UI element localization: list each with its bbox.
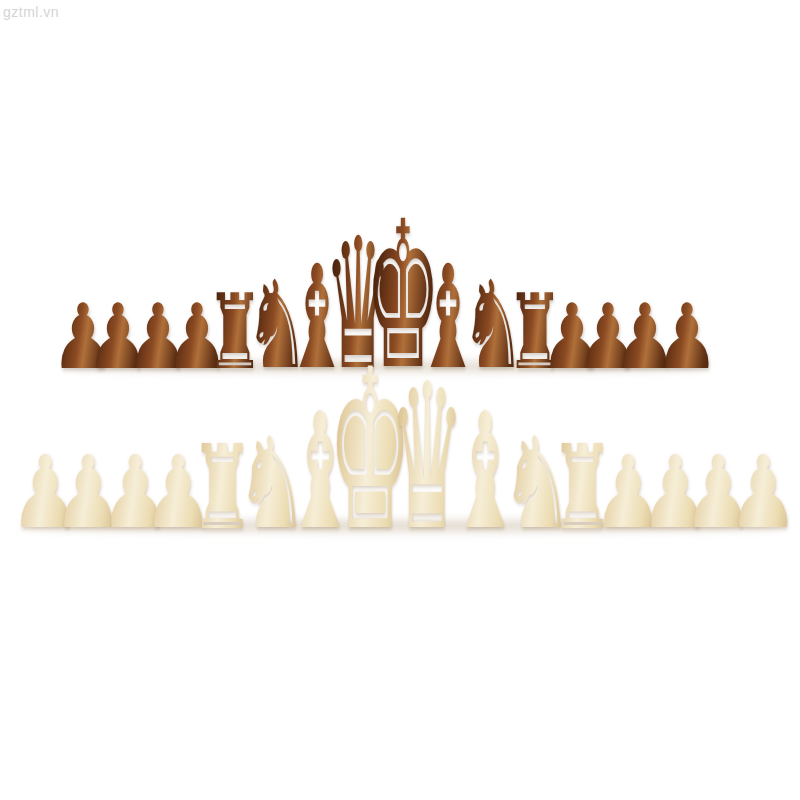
- watermark-text: gztml.vn: [3, 4, 59, 20]
- light-pawn-piece: ♟: [727, 443, 799, 543]
- chess-set-product-photo: gztml.vn ♟♟♟♟♜♞♝♛♚♝♞♜♟♟♟♟♟♟♟♟♜♞♝♚♛♝♞♜♟♟♟…: [0, 0, 800, 800]
- dark-pawn-piece: ♟: [655, 292, 720, 382]
